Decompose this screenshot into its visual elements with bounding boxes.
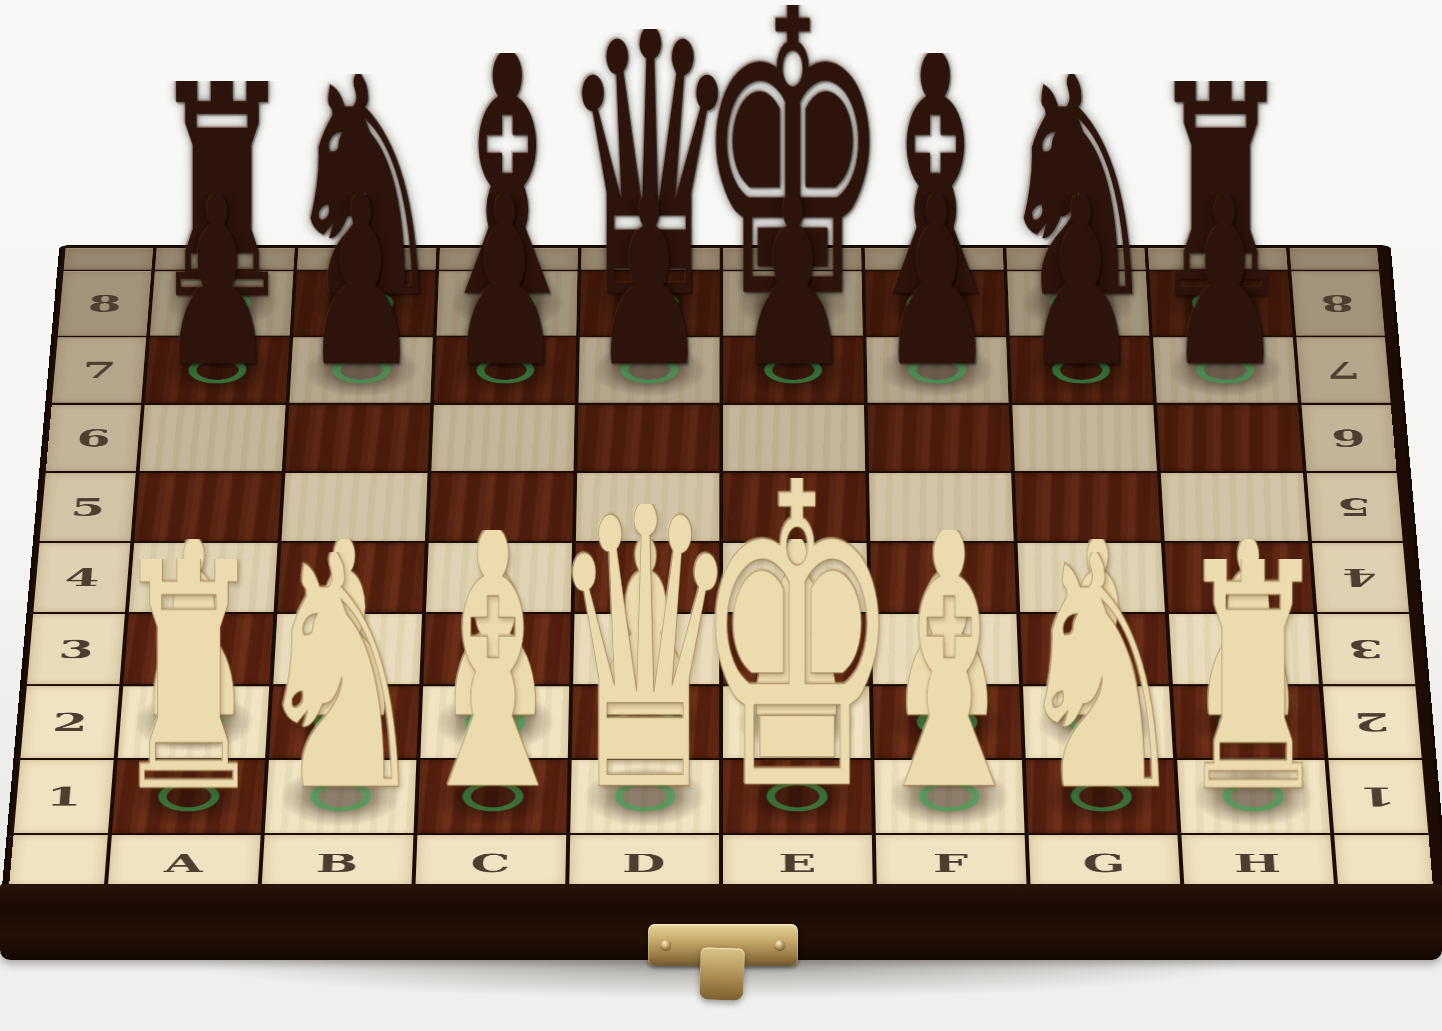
lighting-shade [1329,760,1429,833]
piece-white-rook-a1[interactable]: ♜ [111,559,267,796]
rank-label-6-left: 6 [75,424,111,451]
border-cell-left: 6 [46,405,141,472]
square-b7[interactable]: ♟ [289,337,432,403]
rank-label-8-left: 8 [87,290,123,316]
square-c1[interactable]: ♝ [417,760,567,833]
rank-label-8-right: 8 [1320,290,1356,316]
file-label-b-bottom: B [315,849,359,878]
lighting-shade [1290,248,1379,269]
lighting-shade [140,405,286,472]
photo-scene: ABCDEFGH8♜♞♝♛♚♝♞♜87♟♟♟♟♟♟♟♟7665544332♟♟♟… [0,0,1442,1031]
rank-label-3-left: 3 [57,635,94,664]
rank-label-2-left: 2 [51,707,89,736]
piece-black-pawn-e7[interactable]: ♟ [736,195,851,370]
border-cell-right: 7 [1296,337,1390,403]
piece-white-knight-g1[interactable]: ♞ [1011,552,1192,796]
piece-black-pawn-a7[interactable]: ♟ [160,195,275,370]
border-cell-left: 7 [52,337,146,403]
brass-latch [648,922,802,1002]
square-g7[interactable]: ♟ [1010,337,1153,403]
lighting-shade [1317,614,1415,684]
border-cell-left: 1 [14,760,114,833]
square-a1[interactable]: ♜ [112,760,265,833]
border-cell-right: 8 [1291,271,1384,335]
file-label-a-bottom: A [163,849,205,878]
file-label-c-bottom: C [470,849,511,878]
piece-white-rook-h1[interactable]: ♜ [1175,559,1331,796]
square-g1[interactable]: ♞ [1026,760,1178,833]
square-b1[interactable]: ♞ [265,760,417,833]
file-label-h-bottom: H [1233,849,1283,878]
rank-label-6-right: 6 [1331,424,1367,451]
piece-black-pawn-f7[interactable]: ♟ [880,195,995,370]
square-a6[interactable] [140,405,286,472]
rank-label-7-right: 7 [1325,357,1361,384]
border-cell-left: 8 [58,271,151,335]
file-label-d-bottom: D [622,849,666,878]
piece-black-pawn-h7[interactable]: ♟ [1167,195,1282,370]
border-cell-right: 1 [1329,760,1429,833]
lighting-shade [64,248,153,269]
piece-black-pawn-c7[interactable]: ♟ [448,195,563,370]
chess-board: ABCDEFGH8♜♞♝♛♚♝♞♜87♟♟♟♟♟♟♟♟7665544332♟♟♟… [4,247,1442,898]
rank-label-4-right: 4 [1342,563,1379,591]
square-a7[interactable]: ♟ [145,337,290,403]
border-cell-right: 6 [1302,405,1397,472]
border-cell-left: 2 [20,686,119,758]
rank-label-5-left: 5 [70,493,107,521]
file-label-e-bottom: E [778,849,817,878]
border-corner [64,248,153,269]
lighting-shade [14,760,114,833]
square-e1[interactable]: ♚ [723,760,872,833]
rank-label-1-left: 1 [45,781,83,811]
piece-white-king-e1[interactable]: ♚ [692,478,901,796]
file-label-g-bottom: G [1082,849,1127,878]
border-cell-right: 3 [1317,614,1415,684]
border-corner [1290,248,1379,269]
rank-label-3-right: 3 [1347,635,1384,664]
square-h7[interactable]: ♟ [1153,337,1298,403]
latch-screw-icon [775,940,785,950]
rank-label-2-right: 2 [1353,707,1391,736]
piece-white-knight-b1[interactable]: ♞ [250,552,431,796]
piece-black-pawn-d7[interactable]: ♟ [592,195,707,370]
rank-label-5-right: 5 [1336,493,1373,521]
piece-black-pawn-b7[interactable]: ♟ [304,195,419,370]
lighting-shade [1157,405,1303,472]
square-c7[interactable]: ♟ [434,337,576,403]
square-h6[interactable] [1157,405,1303,472]
rank-label-1-right: 1 [1359,781,1397,811]
square-h1[interactable]: ♜ [1177,760,1330,833]
piece-black-pawn-g7[interactable]: ♟ [1024,195,1139,370]
rank-label-7-left: 7 [81,357,117,384]
latch-screw-icon [661,940,671,950]
border-cell-right: 2 [1323,686,1422,758]
rank-label-4-left: 4 [63,563,100,591]
file-label-f-bottom: F [932,849,969,878]
brass-latch-tongue [699,947,745,1001]
